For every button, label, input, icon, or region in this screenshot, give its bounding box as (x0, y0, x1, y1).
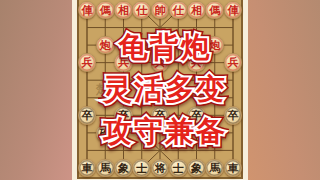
piece-red-兵[interactable]: 兵 (187, 53, 206, 72)
piece-red-兵[interactable]: 兵 (78, 53, 97, 72)
piece-black-象[interactable]: 象 (187, 159, 206, 178)
piece-red-炮[interactable]: 炮 (96, 36, 115, 55)
piece-black-象[interactable]: 象 (114, 159, 133, 178)
piece-black-卒[interactable]: 卒 (78, 106, 97, 125)
piece-black-士[interactable]: 士 (169, 159, 188, 178)
river-label-han: 漢界 (196, 81, 228, 98)
piece-black-馬[interactable]: 馬 (205, 159, 224, 178)
xiangqi-board: 楚河 漢界 俥傌相仕帥仕相傌俥炮炮兵兵兵兵兵卒卒卒卒卒砲砲車馬象士将士象馬車 (72, 0, 248, 180)
piece-red-相[interactable]: 相 (187, 1, 206, 20)
piece-black-卒[interactable]: 卒 (114, 106, 133, 125)
piece-red-傌[interactable]: 傌 (205, 1, 224, 20)
piece-red-仕[interactable]: 仕 (132, 1, 151, 20)
right-backdrop (248, 0, 320, 180)
piece-black-士[interactable]: 士 (132, 159, 151, 178)
piece-black-卒[interactable]: 卒 (187, 106, 206, 125)
piece-red-相[interactable]: 相 (114, 1, 133, 20)
video-strip: 楚河 漢界 俥傌相仕帥仕相傌俥炮炮兵兵兵兵兵卒卒卒卒卒砲砲車馬象士将士象馬車 龟… (72, 0, 248, 180)
piece-red-兵[interactable]: 兵 (151, 53, 170, 72)
river-label-chu: 楚河 (96, 81, 128, 98)
piece-red-兵[interactable]: 兵 (114, 53, 133, 72)
piece-black-砲[interactable]: 砲 (205, 124, 224, 143)
left-backdrop (0, 0, 72, 180)
piece-black-砲[interactable]: 砲 (96, 124, 115, 143)
piece-red-仕[interactable]: 仕 (169, 1, 188, 20)
piece-black-卒[interactable]: 卒 (224, 106, 243, 125)
piece-red-傌[interactable]: 傌 (96, 1, 115, 20)
piece-black-卒[interactable]: 卒 (151, 106, 170, 125)
piece-red-兵[interactable]: 兵 (224, 53, 243, 72)
piece-black-馬[interactable]: 馬 (96, 159, 115, 178)
video-frame: 楚河 漢界 俥傌相仕帥仕相傌俥炮炮兵兵兵兵兵卒卒卒卒卒砲砲車馬象士将士象馬車 龟… (0, 0, 320, 180)
